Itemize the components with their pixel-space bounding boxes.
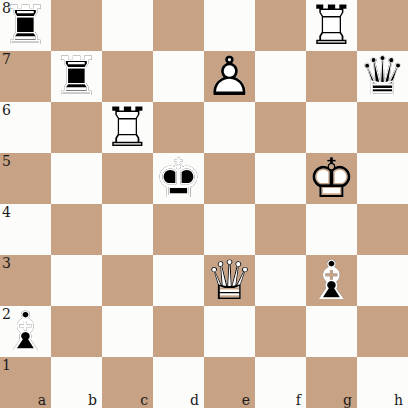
square-b8[interactable]: [51, 0, 102, 51]
square-d5[interactable]: ♚♔: [153, 153, 204, 204]
white-pawn-glyph: ♟: [204, 51, 255, 102]
white-queen[interactable]: ♛♕: [204, 255, 255, 306]
square-b3[interactable]: [51, 255, 102, 306]
white-king-outline: ♔: [306, 153, 357, 204]
black-bishop-outline: ♗: [306, 255, 357, 306]
square-g4[interactable]: [306, 204, 357, 255]
rank-label-4: 4: [2, 204, 11, 220]
square-a4[interactable]: 4: [0, 204, 51, 255]
file-label-a: a: [38, 392, 46, 408]
square-e5[interactable]: [204, 153, 255, 204]
white-rook-glyph: ♜: [102, 102, 153, 153]
white-rook[interactable]: ♜♖: [102, 102, 153, 153]
square-b1[interactable]: b: [51, 357, 102, 408]
square-f3[interactable]: [255, 255, 306, 306]
square-g3[interactable]: ♝♗: [306, 255, 357, 306]
square-f6[interactable]: [255, 102, 306, 153]
square-a6[interactable]: 6: [0, 102, 51, 153]
square-c8[interactable]: [102, 0, 153, 51]
file-label-g: g: [343, 392, 352, 408]
file-label-h: h: [394, 392, 403, 408]
white-rook-outline: ♖: [102, 102, 153, 153]
square-f1[interactable]: f: [255, 357, 306, 408]
square-d8[interactable]: [153, 0, 204, 51]
white-queen-glyph: ♛: [204, 255, 255, 306]
square-h5[interactable]: [357, 153, 408, 204]
white-queen-outline: ♕: [204, 255, 255, 306]
rank-label-3: 3: [2, 255, 11, 271]
white-rook[interactable]: ♜♖: [306, 0, 357, 51]
rank-label-8: 8: [2, 0, 11, 16]
black-king-glyph: ♚: [153, 153, 204, 204]
square-f4[interactable]: [255, 204, 306, 255]
square-c7[interactable]: [102, 51, 153, 102]
square-g1[interactable]: g: [306, 357, 357, 408]
square-e1[interactable]: e: [204, 357, 255, 408]
white-rook-glyph: ♜: [306, 0, 357, 51]
square-e4[interactable]: [204, 204, 255, 255]
square-f7[interactable]: [255, 51, 306, 102]
rank-label-2: 2: [2, 306, 11, 322]
square-f5[interactable]: [255, 153, 306, 204]
square-d3[interactable]: [153, 255, 204, 306]
square-f8[interactable]: [255, 0, 306, 51]
black-rook-outline: ♖: [51, 51, 102, 102]
square-a8[interactable]: 8♜♖: [0, 0, 51, 51]
black-queen-outline: ♕: [357, 51, 408, 102]
square-b2[interactable]: [51, 306, 102, 357]
file-label-e: e: [242, 392, 250, 408]
square-b7[interactable]: ♜♖: [51, 51, 102, 102]
square-d2[interactable]: [153, 306, 204, 357]
square-b4[interactable]: [51, 204, 102, 255]
square-c1[interactable]: c: [102, 357, 153, 408]
square-e2[interactable]: [204, 306, 255, 357]
square-g8[interactable]: ♜♖: [306, 0, 357, 51]
square-g7[interactable]: [306, 51, 357, 102]
rank-label-7: 7: [2, 51, 11, 67]
rank-label-6: 6: [2, 102, 11, 118]
square-d1[interactable]: d: [153, 357, 204, 408]
square-e8[interactable]: [204, 0, 255, 51]
square-d4[interactable]: [153, 204, 204, 255]
square-c6[interactable]: ♜♖: [102, 102, 153, 153]
rank-label-1: 1: [2, 357, 11, 373]
square-g5[interactable]: ♚♔: [306, 153, 357, 204]
black-king[interactable]: ♚♔: [153, 153, 204, 204]
square-f2[interactable]: [255, 306, 306, 357]
square-h2[interactable]: [357, 306, 408, 357]
square-e3[interactable]: ♛♕: [204, 255, 255, 306]
white-king-glyph: ♚: [306, 153, 357, 204]
file-label-b: b: [88, 392, 97, 408]
square-a3[interactable]: 3: [0, 255, 51, 306]
square-b6[interactable]: [51, 102, 102, 153]
square-h8[interactable]: [357, 0, 408, 51]
square-c5[interactable]: [102, 153, 153, 204]
chess-board: 8♜♖♜♖7♜♖♟♙♛♕6♜♖5♚♔♚♔43♛♕♝♗2♝♗1abcdefgh: [0, 0, 408, 408]
square-b5[interactable]: [51, 153, 102, 204]
black-rook[interactable]: ♜♖: [51, 51, 102, 102]
white-pawn-outline: ♙: [204, 51, 255, 102]
black-queen-glyph: ♛: [357, 51, 408, 102]
white-king[interactable]: ♚♔: [306, 153, 357, 204]
black-queen[interactable]: ♛♕: [357, 51, 408, 102]
square-d7[interactable]: [153, 51, 204, 102]
square-a5[interactable]: 5: [0, 153, 51, 204]
black-king-outline: ♔: [153, 153, 204, 204]
square-c4[interactable]: [102, 204, 153, 255]
square-c2[interactable]: [102, 306, 153, 357]
square-e7[interactable]: ♟♙: [204, 51, 255, 102]
square-h3[interactable]: [357, 255, 408, 306]
file-label-c: c: [140, 392, 148, 408]
square-h6[interactable]: [357, 102, 408, 153]
square-e6[interactable]: [204, 102, 255, 153]
square-d6[interactable]: [153, 102, 204, 153]
black-bishop-glyph: ♝: [306, 255, 357, 306]
square-a2[interactable]: 2♝♗: [0, 306, 51, 357]
rank-label-5: 5: [2, 153, 11, 169]
square-a1[interactable]: 1a: [0, 357, 51, 408]
black-rook-glyph: ♜: [51, 51, 102, 102]
square-h4[interactable]: [357, 204, 408, 255]
black-bishop[interactable]: ♝♗: [306, 255, 357, 306]
square-g6[interactable]: [306, 102, 357, 153]
square-c3[interactable]: [102, 255, 153, 306]
square-h7[interactable]: ♛♕: [357, 51, 408, 102]
square-h1[interactable]: h: [357, 357, 408, 408]
square-a7[interactable]: 7: [0, 51, 51, 102]
file-label-f: f: [296, 392, 301, 408]
white-pawn[interactable]: ♟♙: [204, 51, 255, 102]
file-label-d: d: [190, 392, 199, 408]
square-g2[interactable]: [306, 306, 357, 357]
white-rook-outline: ♖: [306, 0, 357, 51]
